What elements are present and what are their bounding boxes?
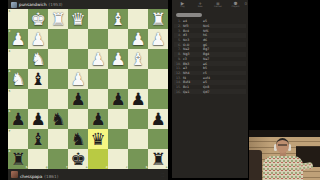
white-move[interactable]: Bb3 bbox=[183, 62, 203, 66]
board-square-b1[interactable] bbox=[128, 9, 148, 29]
board-square-a5[interactable] bbox=[148, 89, 168, 109]
move-number: 16. bbox=[174, 90, 183, 94]
black-pawn[interactable]: ♟ bbox=[8, 109, 28, 129]
board-square-f7[interactable] bbox=[48, 129, 68, 149]
board-square-h7[interactable]: 7 bbox=[8, 129, 28, 149]
board-square-d8[interactable]: d bbox=[88, 149, 108, 169]
tab-label: Play bbox=[174, 6, 191, 9]
webcam-streamer-head bbox=[276, 138, 289, 153]
board-square-c5[interactable]: ♟ bbox=[108, 89, 128, 109]
board-square-a2[interactable]: ♟ bbox=[148, 29, 168, 49]
move-number: 7. bbox=[174, 47, 183, 51]
board-square-f1[interactable]: ♜ bbox=[48, 9, 68, 29]
board-square-g7[interactable]: ♝ bbox=[28, 129, 48, 149]
tab-label: New bbox=[192, 6, 209, 9]
tab-games[interactable]: ≣Games bbox=[209, 1, 226, 9]
white-knight[interactable]: ♞ bbox=[28, 49, 48, 69]
rank-label: 4 bbox=[9, 70, 11, 73]
rank-label: 5 bbox=[9, 90, 11, 93]
board-square-c2[interactable] bbox=[108, 29, 128, 49]
board-square-d1[interactable] bbox=[88, 9, 108, 29]
top-player-avatar[interactable] bbox=[11, 2, 17, 8]
black-move[interactable]: c5 bbox=[203, 71, 223, 75]
board-square-g2[interactable]: ♟ bbox=[28, 29, 48, 49]
board-square-d2[interactable] bbox=[88, 29, 108, 49]
tab-label: Games bbox=[209, 6, 226, 9]
black-pawn[interactable]: ♟ bbox=[88, 109, 108, 129]
board-square-e7[interactable]: ♞ bbox=[68, 129, 88, 149]
move-number: 11. bbox=[174, 66, 183, 70]
rank-label: 3 bbox=[9, 50, 11, 53]
tab-new[interactable]: +New bbox=[192, 1, 209, 9]
top-player-bar: punsandwich (1953) bbox=[8, 0, 168, 9]
board-square-f5[interactable] bbox=[48, 89, 68, 109]
move-number: 5. bbox=[174, 38, 183, 42]
black-pawn[interactable]: ♟ bbox=[68, 89, 88, 109]
move-number: 3. bbox=[174, 29, 183, 33]
black-move[interactable]: Qc8 bbox=[203, 85, 223, 89]
black-move[interactable]: a6 bbox=[203, 62, 223, 66]
board-square-b3[interactable]: ♝ bbox=[128, 49, 148, 69]
white-move[interactable]: a3 bbox=[183, 66, 203, 70]
black-move[interactable]: e5 bbox=[203, 80, 223, 84]
white-move[interactable]: Bc1 bbox=[183, 85, 203, 89]
board-square-a6[interactable]: ♟ bbox=[148, 109, 168, 129]
white-queen[interactable]: ♛ bbox=[68, 9, 88, 29]
board-square-g3[interactable]: ♞ bbox=[28, 49, 48, 69]
move-number: 12. bbox=[174, 71, 183, 75]
move-number: 1. bbox=[174, 19, 183, 23]
white-move[interactable]: e4 bbox=[183, 19, 203, 23]
black-move[interactable]: e5 bbox=[203, 19, 223, 23]
top-player-name[interactable]: punsandwich bbox=[19, 2, 47, 7]
move-number: 4. bbox=[174, 33, 183, 37]
white-pawn[interactable]: ♟ bbox=[108, 49, 128, 69]
white-move[interactable]: Ne2 bbox=[183, 47, 203, 51]
white-bishop[interactable]: ♝ bbox=[108, 9, 128, 29]
board-square-a7[interactable] bbox=[148, 129, 168, 149]
move-number: 15. bbox=[174, 85, 183, 89]
board-square-g4[interactable]: ♝ bbox=[28, 69, 48, 89]
black-move[interactable]: h6 bbox=[203, 33, 223, 37]
move-number: 13. bbox=[174, 76, 183, 80]
board-square-h5[interactable]: 5 bbox=[8, 89, 28, 109]
board-square-a3[interactable] bbox=[148, 49, 168, 69]
white-move[interactable]: Nc3 bbox=[183, 38, 203, 42]
board-square-b6[interactable] bbox=[128, 109, 148, 129]
board-square-b2[interactable]: ♟ bbox=[128, 29, 148, 49]
black-bishop[interactable]: ♝ bbox=[28, 129, 48, 149]
board-square-g6[interactable]: ♟ bbox=[28, 109, 48, 129]
board-square-c7[interactable] bbox=[108, 129, 128, 149]
bottom-player-avatar[interactable] bbox=[11, 171, 18, 178]
board-square-d7[interactable]: ♛ bbox=[88, 129, 108, 149]
rank-label: 7 bbox=[9, 130, 11, 133]
white-knight[interactable]: ♞ bbox=[8, 69, 28, 89]
white-king[interactable]: ♚ bbox=[28, 9, 48, 29]
black-move[interactable]: Bg4 bbox=[203, 52, 223, 56]
board-square-h4[interactable]: ♞4 bbox=[8, 69, 28, 89]
white-pawn[interactable]: ♟ bbox=[88, 49, 108, 69]
board-square-b5[interactable]: ♟ bbox=[128, 89, 148, 109]
tab-players[interactable]: ⚉Players bbox=[227, 1, 244, 9]
white-bishop[interactable]: ♝ bbox=[128, 49, 148, 69]
board-square-d3[interactable]: ♟ bbox=[88, 49, 108, 69]
board-square-d5[interactable] bbox=[88, 89, 108, 109]
board-square-b7[interactable] bbox=[128, 129, 148, 149]
black-move[interactable]: Bg7 bbox=[203, 47, 223, 51]
tab-play[interactable]: ▶Play bbox=[174, 1, 191, 9]
black-move[interactable]: Qd7 bbox=[203, 90, 223, 94]
white-move[interactable]: Nh4 bbox=[183, 71, 203, 75]
black-bishop[interactable]: ♝ bbox=[28, 69, 48, 89]
board-square-c3[interactable]: ♟ bbox=[108, 49, 128, 69]
board-square-c4[interactable] bbox=[108, 69, 128, 89]
white-pawn[interactable]: ♟ bbox=[128, 29, 148, 49]
move-number: 10. bbox=[174, 62, 183, 66]
black-pawn[interactable]: ♟ bbox=[128, 89, 148, 109]
white-move[interactable]: Qe1 bbox=[183, 90, 203, 94]
chess-board[interactable]: 1♚♜♛♝♜♟2♟♟♟3♞♟♟♝♞4♝♟5♟♟♟♟6♟♞♟♟7♝♞♛♜8hgf♚… bbox=[8, 9, 168, 169]
board-square-h3[interactable]: 3 bbox=[8, 49, 28, 69]
bottom-player-rating: (1861) bbox=[44, 174, 58, 179]
webcam-couch bbox=[249, 150, 262, 180]
board-square-h1[interactable]: 1 bbox=[8, 9, 28, 29]
black-move[interactable]: g6 bbox=[203, 43, 223, 47]
black-move[interactable]: exf4 bbox=[203, 76, 223, 80]
move-number: 9. bbox=[174, 57, 183, 61]
board-square-f6[interactable]: ♞ bbox=[48, 109, 68, 129]
white-move[interactable]: O-O bbox=[183, 43, 203, 47]
white-move[interactable]: Bc4 bbox=[183, 29, 203, 33]
game-panel: ▶Play+New≣Games⚉Players 0 1.e4e52.Nf3Nc6… bbox=[172, 0, 248, 178]
board-square-g5[interactable] bbox=[28, 89, 48, 109]
move-number: 2. bbox=[174, 24, 183, 28]
board-square-e1[interactable]: ♛ bbox=[68, 9, 88, 29]
webcam-streamer-glasses bbox=[278, 144, 287, 146]
white-move[interactable]: c3 bbox=[183, 57, 203, 61]
bottom-player-name[interactable]: chesspapa bbox=[20, 174, 42, 179]
rank-label: 8 bbox=[9, 150, 11, 153]
board-square-a4[interactable] bbox=[148, 69, 168, 89]
black-pawn[interactable]: ♟ bbox=[28, 109, 48, 129]
board-square-b8[interactable]: b bbox=[128, 149, 148, 169]
white-move[interactable]: Bxf4 bbox=[183, 80, 203, 84]
move-list[interactable]: 1.e4e52.Nf3Nc63.Bc4Nf64.d3h65.Nc3d66.O-O… bbox=[174, 19, 246, 94]
black-pawn[interactable]: ♟ bbox=[148, 109, 168, 129]
black-move[interactable]: d6 bbox=[203, 38, 223, 42]
board-square-f2[interactable] bbox=[48, 29, 68, 49]
panel-corner-value: 0 bbox=[244, 1, 247, 6]
tab-label: Players bbox=[227, 6, 244, 9]
move-number: 8. bbox=[174, 52, 183, 56]
board-square-e8[interactable]: ♚e bbox=[68, 149, 88, 169]
board-square-c8[interactable]: c bbox=[108, 149, 128, 169]
black-queen[interactable]: ♛ bbox=[88, 129, 108, 149]
black-move[interactable]: b5 bbox=[203, 66, 223, 70]
board-square-a1[interactable]: ♜ bbox=[148, 9, 168, 29]
board-square-e5[interactable]: ♟ bbox=[68, 89, 88, 109]
white-move[interactable]: Ng3 bbox=[183, 52, 203, 56]
board-square-f3[interactable] bbox=[48, 49, 68, 69]
rank-label: 6 bbox=[9, 110, 11, 113]
panel-tabs: ▶Play+New≣Games⚉Players bbox=[174, 1, 244, 9]
black-knight[interactable]: ♞ bbox=[48, 109, 68, 129]
bottom-bar-extra: ··· ··· bbox=[162, 172, 164, 178]
board-square-e4[interactable]: ♟ bbox=[68, 69, 88, 89]
board-square-e6[interactable] bbox=[68, 109, 88, 129]
move-number: 6. bbox=[174, 43, 183, 47]
black-move[interactable]: Nf6 bbox=[203, 29, 223, 33]
move-number: 14. bbox=[174, 80, 183, 84]
board-square-f4[interactable] bbox=[48, 69, 68, 89]
board-square-d6[interactable]: ♟ bbox=[88, 109, 108, 129]
board-square-e3[interactable] bbox=[68, 49, 88, 69]
rank-label: 2 bbox=[9, 30, 11, 33]
board-square-c6[interactable] bbox=[108, 109, 128, 129]
white-pawn[interactable]: ♟ bbox=[68, 69, 88, 89]
board-square-h6[interactable]: ♟6 bbox=[8, 109, 28, 129]
webcam-top-edge bbox=[249, 130, 320, 137]
webcam-feed bbox=[249, 130, 320, 180]
board-square-d4[interactable] bbox=[88, 69, 108, 89]
white-pawn[interactable]: ♟ bbox=[28, 29, 48, 49]
black-move[interactable]: Ne7 bbox=[203, 57, 223, 61]
white-move[interactable]: f4 bbox=[183, 76, 203, 80]
board-square-b4[interactable] bbox=[128, 69, 148, 89]
rank-label: 1 bbox=[9, 10, 11, 13]
move-row: 16.Qe1Qd7 bbox=[174, 89, 246, 94]
board-square-e2[interactable] bbox=[68, 29, 88, 49]
white-move[interactable]: d3 bbox=[183, 33, 203, 37]
black-knight[interactable]: ♞ bbox=[68, 129, 88, 149]
board-square-h2[interactable]: ♟2 bbox=[8, 29, 28, 49]
white-pawn[interactable]: ♟ bbox=[148, 29, 168, 49]
white-pawn[interactable]: ♟ bbox=[8, 29, 28, 49]
bottom-player-bar: chesspapa(1861) ♙ ♙ ··· ··· bbox=[8, 169, 168, 180]
black-move[interactable]: Nc6 bbox=[203, 24, 223, 28]
white-rook[interactable]: ♜ bbox=[48, 9, 68, 29]
board-square-a8[interactable]: ♜a bbox=[148, 149, 168, 169]
panel-toolbar-pill[interactable] bbox=[176, 13, 202, 17]
white-rook[interactable]: ♜ bbox=[148, 9, 168, 29]
board-square-g1[interactable]: ♚ bbox=[28, 9, 48, 29]
black-pawn[interactable]: ♟ bbox=[108, 89, 128, 109]
board-square-c1[interactable]: ♝ bbox=[108, 9, 128, 29]
top-player-rating: (1953) bbox=[49, 2, 63, 7]
white-move[interactable]: Nf3 bbox=[183, 24, 203, 28]
